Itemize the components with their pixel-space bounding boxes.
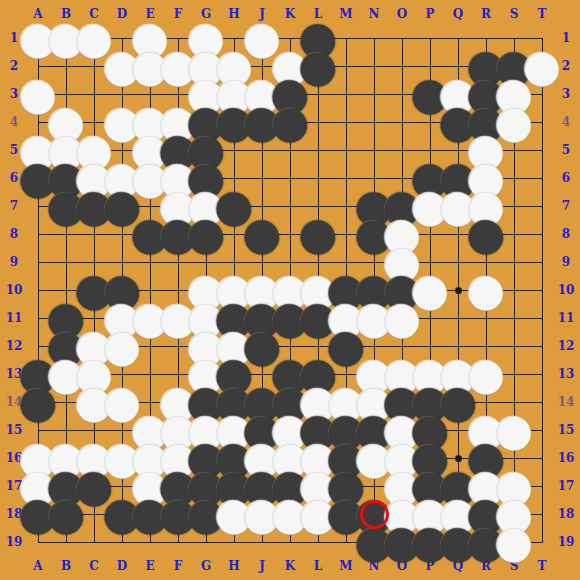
black-stone-A14: ●	[24, 388, 52, 416]
board-intersection-L6[interactable]	[304, 164, 332, 192]
col-label-bottom-J: J	[248, 559, 276, 573]
white-stone-S19: ●	[500, 528, 528, 556]
row-label-right-10: 10	[554, 283, 578, 297]
row-label-left-10: 10	[2, 283, 26, 297]
row-label-right-4: 4	[554, 115, 578, 129]
col-label-bottom-C: C	[80, 559, 108, 573]
col-label-bottom-L: L	[304, 559, 332, 573]
col-label-top-Q: Q	[444, 7, 472, 21]
board-intersection-R10[interactable]: ●	[472, 276, 500, 304]
board-intersection-B18[interactable]: ●	[52, 500, 80, 528]
board-intersection-K6[interactable]	[276, 164, 304, 192]
black-stone-G8: ●	[192, 220, 220, 248]
board-intersection-R8[interactable]: ●	[472, 220, 500, 248]
col-label-top-O: O	[388, 7, 416, 21]
board-intersection-G8[interactable]: ●	[192, 220, 220, 248]
row-label-right-9: 9	[554, 255, 578, 269]
board-intersection-K4[interactable]: ●	[276, 108, 304, 136]
black-stone-J8: ●	[248, 220, 276, 248]
go-board: ●●●●●●●●●●●●●●●●●●●●●●●●●●●●●●●●●●●●●●●●…	[0, 0, 580, 580]
col-label-bottom-F: F	[164, 559, 192, 573]
col-label-bottom-E: E	[136, 559, 164, 573]
col-label-bottom-B: B	[52, 559, 80, 573]
row-label-right-8: 8	[554, 227, 578, 241]
board-intersection-M4[interactable]	[332, 108, 360, 136]
board-intersection-T12[interactable]	[528, 332, 556, 360]
board-intersection-A14[interactable]: ●	[24, 388, 52, 416]
black-stone-K4: ●	[276, 108, 304, 136]
col-label-bottom-H: H	[220, 559, 248, 573]
col-label-bottom-A: A	[24, 559, 52, 573]
board-intersection-T8[interactable]	[528, 220, 556, 248]
board-intersection-N18[interactable]: ●	[360, 500, 388, 528]
board-intersection-N5[interactable]	[360, 136, 388, 164]
col-label-top-N: N	[360, 7, 388, 21]
row-label-right-18: 18	[554, 507, 578, 521]
row-label-right-11: 11	[554, 311, 578, 325]
black-stone-R8: ●	[472, 220, 500, 248]
board-intersection-A9[interactable]	[24, 248, 52, 276]
row-label-right-7: 7	[554, 199, 578, 213]
col-label-bottom-D: D	[108, 559, 136, 573]
board-intersection-J8[interactable]: ●	[248, 220, 276, 248]
star-point-Q10	[455, 287, 462, 294]
row-label-right-16: 16	[554, 451, 578, 465]
col-label-top-S: S	[500, 7, 528, 21]
board-intersection-T10[interactable]	[528, 276, 556, 304]
board-intersection-T7[interactable]	[528, 192, 556, 220]
col-label-top-P: P	[416, 7, 444, 21]
black-stone-B18: ●	[52, 500, 80, 528]
white-stone-O11: ●	[388, 304, 416, 332]
col-label-bottom-G: G	[192, 559, 220, 573]
board-intersection-N2[interactable]	[360, 52, 388, 80]
row-label-right-5: 5	[554, 143, 578, 157]
board-intersection-T9[interactable]	[528, 248, 556, 276]
row-label-right-13: 13	[554, 367, 578, 381]
col-label-top-T: T	[528, 7, 556, 21]
board-intersection-T11[interactable]	[528, 304, 556, 332]
board-intersection-O11[interactable]: ●	[388, 304, 416, 332]
col-label-top-R: R	[472, 7, 500, 21]
col-label-bottom-K: K	[276, 559, 304, 573]
white-stone-R10: ●	[472, 276, 500, 304]
board-intersection-S19[interactable]: ●	[500, 528, 528, 556]
row-label-right-6: 6	[554, 171, 578, 185]
row-label-right-12: 12	[554, 339, 578, 353]
board-intersection-M5[interactable]	[332, 136, 360, 164]
board-intersection-T13[interactable]	[528, 360, 556, 388]
row-label-left-8: 8	[2, 227, 26, 241]
board-intersection-O1[interactable]	[388, 24, 416, 52]
row-label-right-17: 17	[554, 479, 578, 493]
row-label-right-14: 14	[554, 395, 578, 409]
row-label-left-9: 9	[2, 255, 26, 269]
board-intersection-T6[interactable]	[528, 164, 556, 192]
board-intersection-P1[interactable]	[416, 24, 444, 52]
board-intersection-N4[interactable]	[360, 108, 388, 136]
board-intersection-N3[interactable]	[360, 80, 388, 108]
row-label-right-19: 19	[554, 535, 578, 549]
board-intersection-L8[interactable]: ●	[304, 220, 332, 248]
board-cells: ●●●●●●●●●●●●●●●●●●●●●●●●●●●●●●●●●●●●●●●●…	[24, 24, 556, 556]
board-intersection-N1[interactable]	[360, 24, 388, 52]
row-label-left-11: 11	[2, 311, 26, 325]
black-stone-L8: ●	[304, 220, 332, 248]
row-label-right-15: 15	[554, 423, 578, 437]
last-move-marker	[360, 500, 389, 529]
